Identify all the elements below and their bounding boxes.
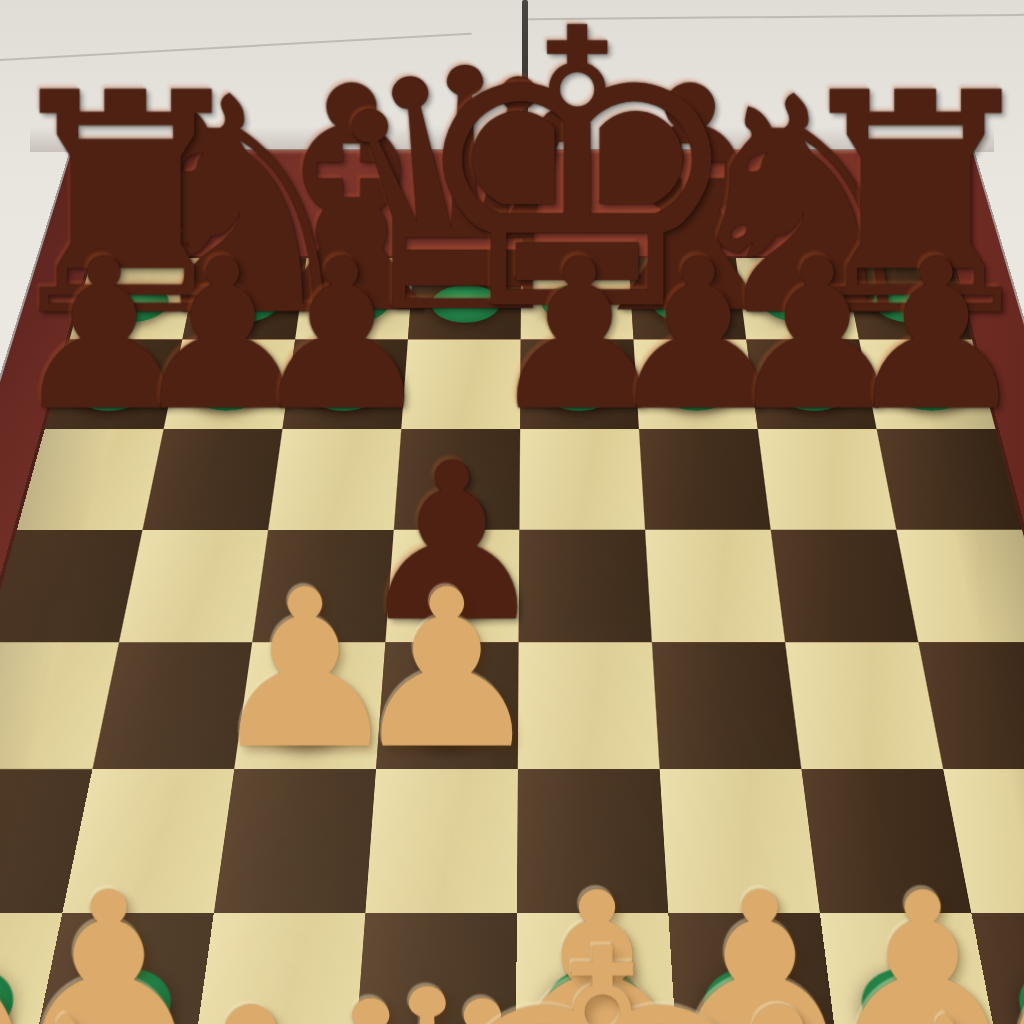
- photo-scene: ♜♞♝♛♚♝♞♜♟♟♟♟♟♟♟♟♟♟♟♟♟♟♟♟♜♞♝♛♚♝♞♜: [0, 0, 1024, 1024]
- white-pawn: ♟: [349, 578, 545, 764]
- square-c3: [214, 769, 376, 913]
- square-a6: [17, 429, 164, 529]
- square-d4: ♟: [376, 642, 519, 769]
- square-h6: [877, 429, 1022, 529]
- square-c7: ♟: [282, 339, 408, 429]
- board-squares: ♜♞♝♛♚♝♞♜♟♟♟♟♟♟♟♟♟♟♟♟♟♟♟♟♜♞♝♛♚♝♞♜: [0, 258, 1024, 1024]
- black-pawn: ♟: [248, 248, 435, 425]
- chess-board: ♜♞♝♛♚♝♞♜♟♟♟♟♟♟♟♟♟♟♟♟♟♟♟♟♜♞♝♛♚♝♞♜: [0, 150, 1024, 1024]
- square-f4: [652, 642, 801, 769]
- black-pawn: ♟: [843, 248, 1024, 425]
- square-f5: [645, 530, 785, 642]
- white-king: ♚: [426, 930, 779, 1024]
- square-f6: [639, 429, 771, 529]
- white-rook: ♜: [989, 999, 1024, 1024]
- square-b6: [143, 429, 283, 529]
- square-a5: [0, 530, 143, 642]
- white-rook: ♜: [0, 999, 40, 1024]
- square-g4: [785, 642, 943, 769]
- square-g5: [771, 530, 919, 642]
- square-h5: [896, 530, 1024, 642]
- square-g6: [758, 429, 896, 529]
- square-h7: ♟: [859, 339, 995, 429]
